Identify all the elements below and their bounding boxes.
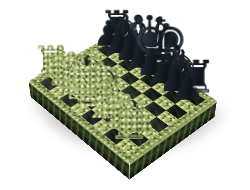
chess-set-scene: ♜♟♟♜♞♟♟♞♝♟♟♝♛♟♟♛♚♟♟♚♝♟♟♝♞♟♟♞♜♟♟♜: [0, 0, 250, 190]
square-h7: ♟: [175, 98, 197, 113]
chess-board: ♜♟♟♜♞♟♟♞♝♟♟♝♛♟♟♛♚♟♟♚♝♟♟♝♞♟♟♞♜♟♟♜: [28, 33, 217, 163]
square-h1: ♜: [116, 137, 139, 154]
chess-set-photo: ♜♟♟♜♞♟♟♞♝♟♟♝♛♟♟♛♚♟♟♚♝♟♟♝♞♟♟♞♜♟♟♜: [0, 0, 250, 190]
white-rook: ♜: [94, 98, 165, 146]
